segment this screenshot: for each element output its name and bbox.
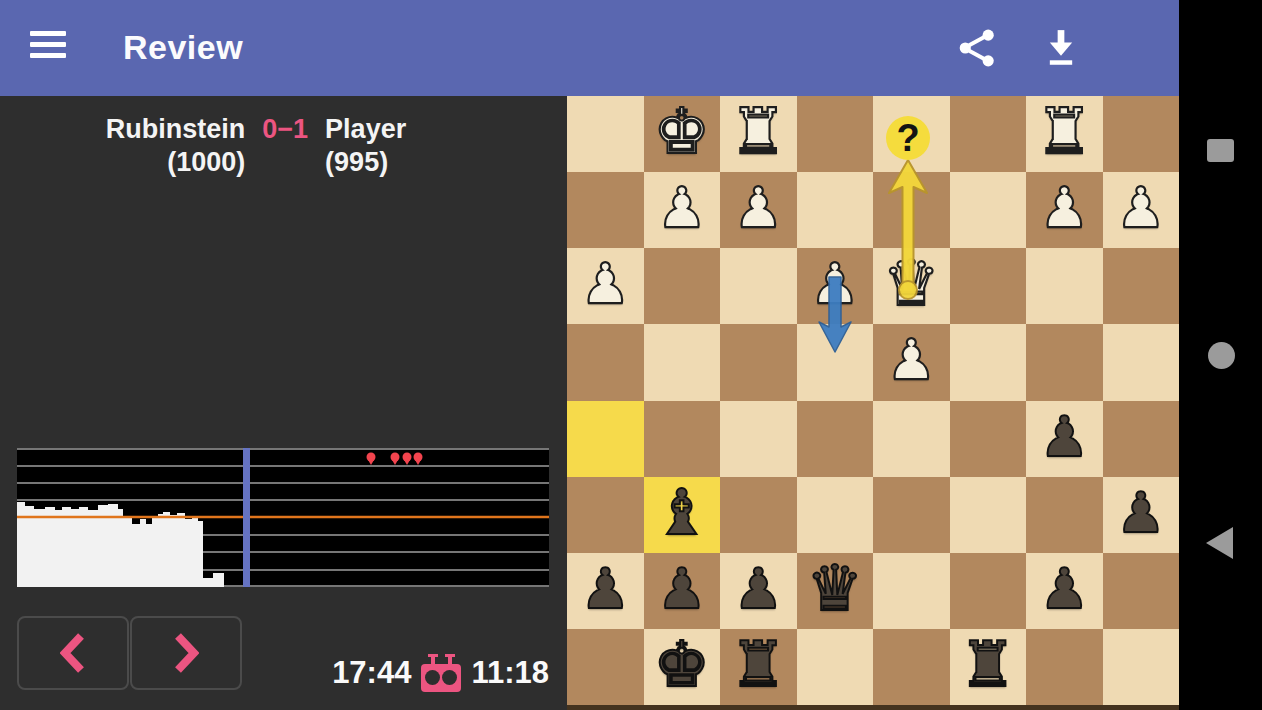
black-player: Player (995) — [325, 113, 406, 179]
square[interactable] — [873, 96, 950, 172]
square[interactable] — [950, 477, 1027, 553]
square[interactable]: ♛ — [873, 248, 950, 324]
square[interactable]: ♟ — [1026, 401, 1103, 477]
square[interactable] — [797, 629, 874, 705]
previous-move-button[interactable] — [17, 616, 129, 690]
square[interactable] — [950, 248, 1027, 324]
square[interactable] — [797, 401, 874, 477]
black-queen[interactable]: ♛ — [807, 551, 863, 627]
page-title: Review — [123, 28, 243, 67]
square[interactable] — [873, 553, 950, 629]
square[interactable] — [797, 172, 874, 248]
square[interactable]: ♟ — [720, 172, 797, 248]
white-queen[interactable]: ♛ — [883, 246, 939, 322]
square[interactable] — [797, 477, 874, 553]
square[interactable]: ♚ — [644, 96, 721, 172]
home-button-icon[interactable] — [1208, 342, 1235, 369]
android-nav-bar — [1179, 0, 1262, 710]
white-pawn[interactable]: ♟ — [810, 246, 860, 322]
white-clock: 17:44 — [332, 655, 411, 691]
chevron-left-icon — [60, 632, 86, 674]
square[interactable] — [567, 96, 644, 172]
square[interactable] — [567, 401, 644, 477]
square[interactable]: ♟ — [1103, 172, 1180, 248]
square[interactable]: ♟ — [797, 248, 874, 324]
square[interactable] — [1026, 324, 1103, 400]
white-player: Rubinstein (1000) — [106, 113, 246, 179]
square[interactable]: ♝ — [644, 477, 721, 553]
square[interactable] — [950, 96, 1027, 172]
black-pawn[interactable]: ♟ — [1039, 399, 1089, 475]
black-pawn[interactable]: ♟ — [657, 551, 707, 627]
white-player-name: Rubinstein — [106, 113, 246, 146]
game-result: 0−1 — [262, 113, 308, 179]
black-pawn[interactable]: ♟ — [580, 551, 630, 627]
square[interactable] — [1103, 401, 1180, 477]
black-player-name: Player — [325, 113, 406, 146]
white-player-rating: (1000) — [106, 146, 246, 179]
white-pawn[interactable]: ♟ — [733, 170, 783, 246]
evaluation-graph[interactable] — [17, 448, 549, 587]
menu-icon[interactable] — [30, 31, 66, 65]
next-move-button[interactable] — [130, 616, 242, 690]
square[interactable]: ♜ — [720, 629, 797, 705]
square[interactable]: ♟ — [1026, 553, 1103, 629]
chess-board: ♚♜♜♟♟♟♟♟♟♛♟♟♝♟♟♟♟♛♟♚♜♜ ? — [567, 96, 1179, 710]
square[interactable] — [950, 553, 1027, 629]
download-icon[interactable] — [1043, 29, 1079, 67]
square[interactable]: ♟ — [1026, 172, 1103, 248]
square[interactable] — [873, 401, 950, 477]
white-rook[interactable]: ♜ — [730, 94, 786, 170]
black-pawn[interactable]: ♟ — [733, 551, 783, 627]
recents-button-icon[interactable] — [1207, 139, 1234, 162]
square[interactable] — [720, 248, 797, 324]
square[interactable] — [1026, 248, 1103, 324]
square[interactable] — [873, 477, 950, 553]
black-king[interactable]: ♚ — [654, 627, 710, 703]
square[interactable] — [567, 172, 644, 248]
top-app-bar: Review — [0, 0, 1179, 96]
share-icon[interactable] — [959, 29, 995, 67]
black-bishop[interactable]: ♝ — [654, 475, 710, 551]
black-pawn[interactable]: ♟ — [1116, 475, 1166, 551]
white-pawn[interactable]: ♟ — [886, 322, 936, 398]
square[interactable] — [1103, 629, 1180, 705]
square[interactable] — [1103, 324, 1180, 400]
square[interactable]: ♟ — [873, 324, 950, 400]
square[interactable] — [644, 401, 721, 477]
square[interactable] — [567, 477, 644, 553]
app-screen: Review Rubinstein (1000) 0−1 — [0, 0, 1262, 710]
black-pawn[interactable]: ♟ — [1039, 551, 1089, 627]
square[interactable]: ♟ — [1103, 477, 1180, 553]
square[interactable]: ♜ — [950, 629, 1027, 705]
clock-display: 17:44 11:18 — [332, 652, 549, 694]
square[interactable] — [720, 401, 797, 477]
square[interactable] — [1103, 248, 1180, 324]
square[interactable]: ♛ — [797, 553, 874, 629]
review-panel: Rubinstein (1000) 0−1 Player (995) — [0, 96, 567, 710]
square[interactable]: ♚ — [644, 629, 721, 705]
square[interactable] — [797, 96, 874, 172]
chess-clock-icon — [421, 654, 461, 692]
chevron-right-icon — [173, 632, 199, 674]
square[interactable]: ♜ — [720, 96, 797, 172]
square[interactable]: ♟ — [644, 553, 721, 629]
square[interactable] — [873, 172, 950, 248]
square[interactable] — [1103, 553, 1180, 629]
square[interactable] — [950, 172, 1027, 248]
square[interactable]: ♜ — [1026, 96, 1103, 172]
square[interactable] — [950, 324, 1027, 400]
square[interactable] — [1103, 96, 1180, 172]
move-navigation — [17, 616, 243, 690]
square[interactable] — [720, 477, 797, 553]
white-pawn[interactable]: ♟ — [657, 170, 707, 246]
match-header: Rubinstein (1000) 0−1 Player (995) — [0, 113, 512, 179]
square[interactable]: ♟ — [567, 553, 644, 629]
square[interactable] — [1026, 477, 1103, 553]
square[interactable] — [567, 629, 644, 705]
white-pawn[interactable]: ♟ — [1116, 170, 1166, 246]
square[interactable] — [644, 324, 721, 400]
square[interactable]: ♟ — [644, 172, 721, 248]
square[interactable] — [567, 324, 644, 400]
square[interactable] — [644, 248, 721, 324]
white-pawn[interactable]: ♟ — [1039, 170, 1089, 246]
black-rook[interactable]: ♜ — [960, 627, 1016, 703]
board-squares: ♚♜♜♟♟♟♟♟♟♛♟♟♝♟♟♟♟♛♟♚♜♜ — [567, 96, 1179, 705]
white-rook[interactable]: ♜ — [1036, 94, 1092, 170]
back-button-icon[interactable] — [1206, 527, 1233, 559]
square[interactable]: ♟ — [567, 248, 644, 324]
black-rook[interactable]: ♜ — [730, 627, 786, 703]
square[interactable] — [797, 324, 874, 400]
square[interactable] — [1026, 629, 1103, 705]
black-clock: 11:18 — [471, 655, 549, 691]
square[interactable] — [873, 629, 950, 705]
white-king[interactable]: ♚ — [654, 94, 710, 170]
square[interactable]: ♟ — [720, 553, 797, 629]
white-pawn[interactable]: ♟ — [580, 246, 630, 322]
square[interactable] — [950, 401, 1027, 477]
square[interactable] — [720, 324, 797, 400]
black-player-rating: (995) — [325, 146, 406, 179]
